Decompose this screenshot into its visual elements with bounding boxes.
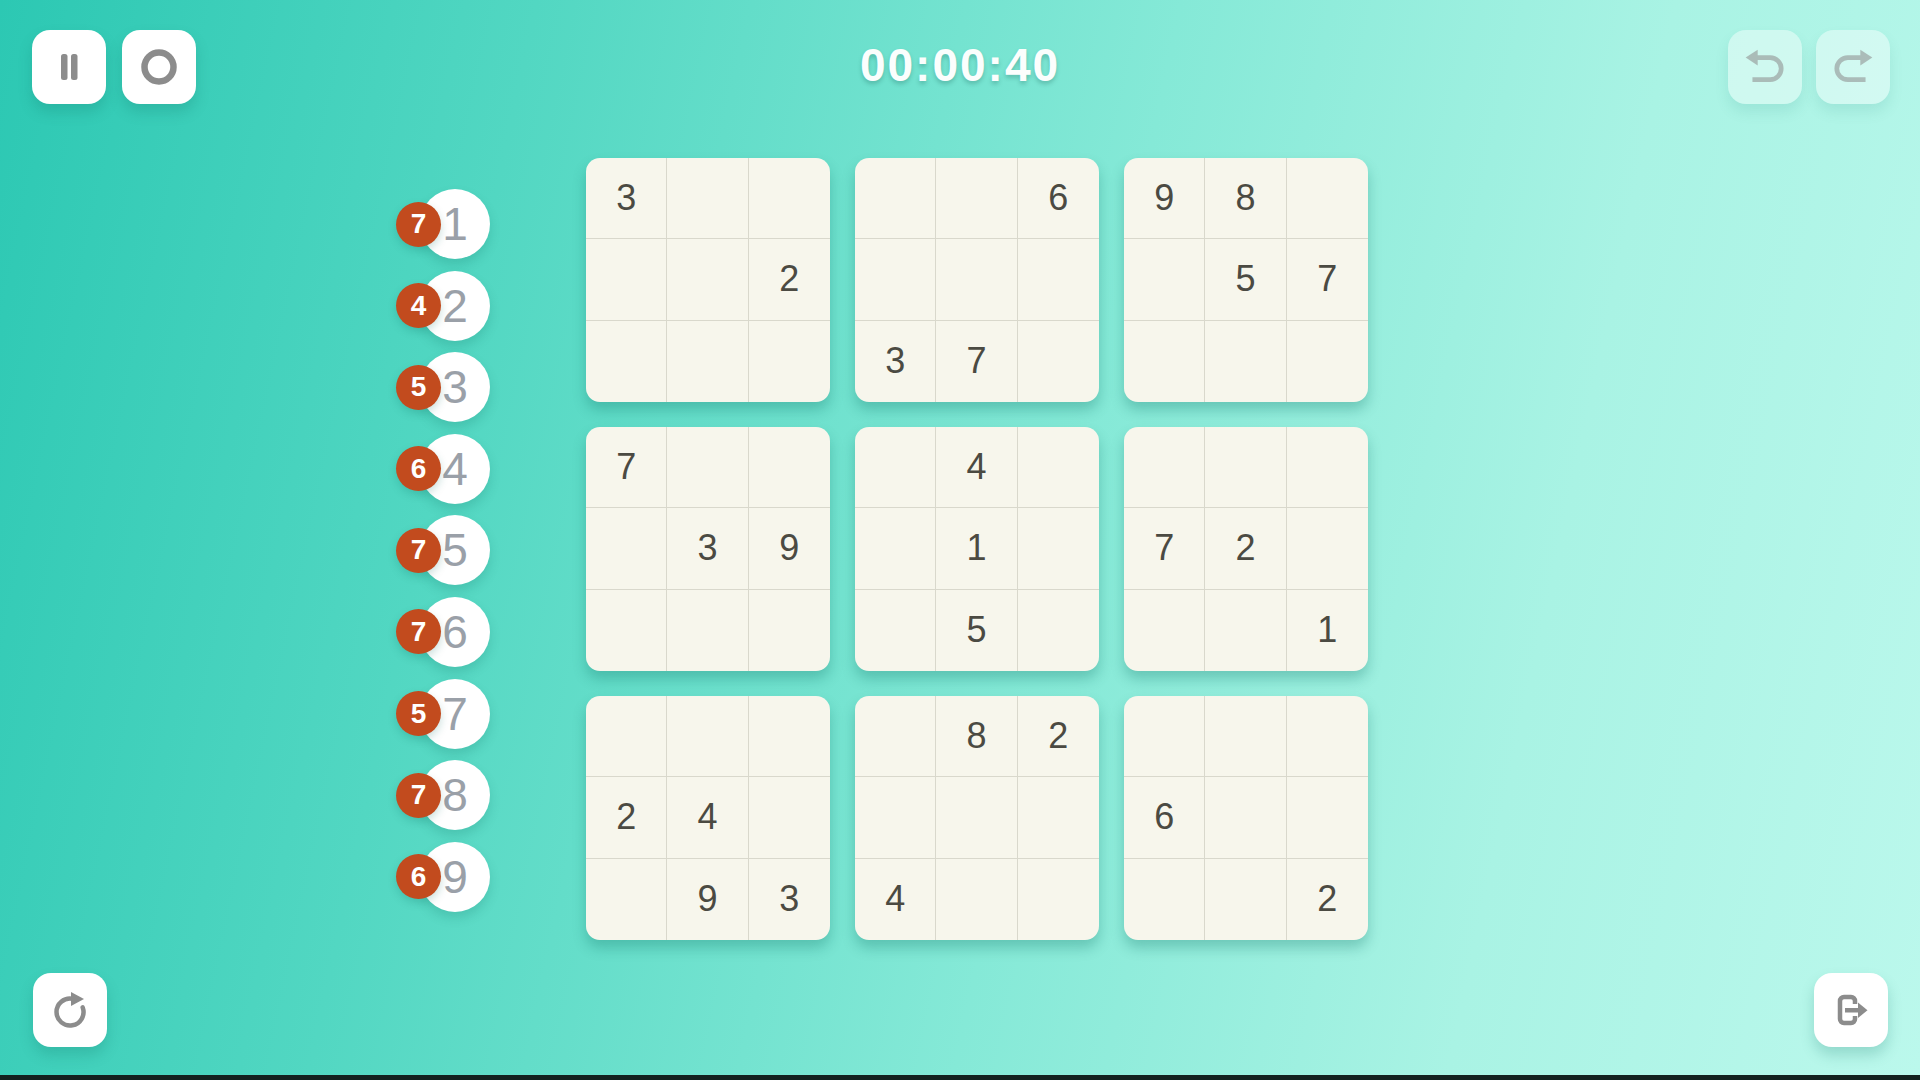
cell-r1c6[interactable]: 6: [1018, 158, 1099, 239]
cell-r5c4[interactable]: [855, 508, 936, 589]
cell-r9c7[interactable]: [1124, 859, 1205, 940]
cell-r5c3[interactable]: 9: [749, 508, 830, 589]
block-2-3: 721: [1124, 427, 1368, 671]
restart-icon: [48, 988, 92, 1032]
cell-r7c8[interactable]: [1205, 696, 1286, 777]
digit-button-9[interactable]: 69: [420, 842, 490, 912]
cell-r2c8[interactable]: 5: [1205, 239, 1286, 320]
digit-remaining-badge: 7: [396, 773, 441, 818]
cell-r9c1[interactable]: [586, 859, 667, 940]
bottom-edge-bar: [0, 1075, 1920, 1080]
cell-r9c4[interactable]: 4: [855, 859, 936, 940]
block-3-2: 824: [855, 696, 1099, 940]
redo-button[interactable]: [1816, 30, 1890, 104]
cell-r4c9[interactable]: [1287, 427, 1368, 508]
cell-r8c5[interactable]: [936, 777, 1017, 858]
cell-r7c3[interactable]: [749, 696, 830, 777]
cell-r2c2[interactable]: [667, 239, 748, 320]
digit-button-2[interactable]: 42: [420, 271, 490, 341]
cell-r4c6[interactable]: [1018, 427, 1099, 508]
cell-r4c2[interactable]: [667, 427, 748, 508]
cell-r3c8[interactable]: [1205, 321, 1286, 402]
cell-r4c7[interactable]: [1124, 427, 1205, 508]
cell-r2c7[interactable]: [1124, 239, 1205, 320]
digit-button-7[interactable]: 57: [420, 679, 490, 749]
redo-icon: [1830, 44, 1876, 90]
digit-remaining-badge: 6: [396, 854, 441, 899]
cell-r7c5[interactable]: 8: [936, 696, 1017, 777]
cell-r2c5[interactable]: [936, 239, 1017, 320]
cell-r6c3[interactable]: [749, 590, 830, 671]
cell-r4c5[interactable]: 4: [936, 427, 1017, 508]
cell-r1c7[interactable]: 9: [1124, 158, 1205, 239]
digit-label: 8: [442, 768, 468, 822]
digit-label: 3: [442, 360, 468, 414]
cell-r5c7[interactable]: 7: [1124, 508, 1205, 589]
cell-r8c9[interactable]: [1287, 777, 1368, 858]
cell-r7c1[interactable]: [586, 696, 667, 777]
digit-label: 2: [442, 279, 468, 333]
cell-r6c6[interactable]: [1018, 590, 1099, 671]
cell-r1c1[interactable]: 3: [586, 158, 667, 239]
cell-r6c7[interactable]: [1124, 590, 1205, 671]
digit-remaining-badge: 5: [396, 691, 441, 736]
cell-r9c9[interactable]: 2: [1287, 859, 1368, 940]
cell-r9c3[interactable]: 3: [749, 859, 830, 940]
cell-r8c6[interactable]: [1018, 777, 1099, 858]
block-3-3: 62: [1124, 696, 1368, 940]
cell-r7c2[interactable]: [667, 696, 748, 777]
cell-r4c1[interactable]: 7: [586, 427, 667, 508]
cell-r6c2[interactable]: [667, 590, 748, 671]
cell-r8c2[interactable]: 4: [667, 777, 748, 858]
cell-r3c2[interactable]: [667, 321, 748, 402]
block-3-1: 2493: [586, 696, 830, 940]
cell-r7c4[interactable]: [855, 696, 936, 777]
cell-r1c2[interactable]: [667, 158, 748, 239]
cell-r1c5[interactable]: [936, 158, 1017, 239]
digit-remaining-badge: 6: [396, 446, 441, 491]
cell-r7c7[interactable]: [1124, 696, 1205, 777]
cell-r7c9[interactable]: [1287, 696, 1368, 777]
block-1-3: 9857: [1124, 158, 1368, 402]
cell-r5c1[interactable]: [586, 508, 667, 589]
digit-button-1[interactable]: 71: [420, 189, 490, 259]
cell-r9c5[interactable]: [936, 859, 1017, 940]
cell-r2c6[interactable]: [1018, 239, 1099, 320]
undo-button[interactable]: [1728, 30, 1802, 104]
cell-r3c4[interactable]: 3: [855, 321, 936, 402]
cell-r1c3[interactable]: [749, 158, 830, 239]
sudoku-app: { "game": "sudoku", "position": "3000069…: [0, 0, 1920, 1080]
cell-r9c6[interactable]: [1018, 859, 1099, 940]
restart-button[interactable]: [33, 973, 107, 1047]
exit-button[interactable]: [1814, 973, 1888, 1047]
block-2-1: 739: [586, 427, 830, 671]
cell-r6c8[interactable]: [1205, 590, 1286, 671]
digit-button-5[interactable]: 75: [420, 515, 490, 585]
digit-palette: 714253647576577869: [420, 189, 490, 912]
digit-button-8[interactable]: 78: [420, 760, 490, 830]
digit-button-4[interactable]: 64: [420, 434, 490, 504]
digit-label: 4: [442, 442, 468, 496]
cell-r2c3[interactable]: 2: [749, 239, 830, 320]
exit-icon: [1829, 988, 1873, 1032]
cell-r3c3[interactable]: [749, 321, 830, 402]
cell-r8c8[interactable]: [1205, 777, 1286, 858]
cell-r4c4[interactable]: [855, 427, 936, 508]
block-1-1: 32: [586, 158, 830, 402]
cell-r8c4[interactable]: [855, 777, 936, 858]
cell-r2c1[interactable]: [586, 239, 667, 320]
cell-r3c7[interactable]: [1124, 321, 1205, 402]
digit-remaining-badge: 7: [396, 609, 441, 654]
cell-r5c9[interactable]: [1287, 508, 1368, 589]
block-1-2: 637: [855, 158, 1099, 402]
cell-r5c8[interactable]: 2: [1205, 508, 1286, 589]
sudoku-board: 326379857739415721249382462: [586, 158, 1368, 940]
cell-r7c6[interactable]: 2: [1018, 696, 1099, 777]
digit-button-3[interactable]: 53: [420, 352, 490, 422]
cell-r3c9[interactable]: [1287, 321, 1368, 402]
cell-r2c4[interactable]: [855, 239, 936, 320]
digit-label: 9: [442, 850, 468, 904]
cell-r1c4[interactable]: [855, 158, 936, 239]
block-2-2: 415: [855, 427, 1099, 671]
cell-r6c5[interactable]: 5: [936, 590, 1017, 671]
digit-remaining-badge: 4: [396, 283, 441, 328]
cell-r5c2[interactable]: 3: [667, 508, 748, 589]
cell-r3c1[interactable]: [586, 321, 667, 402]
cell-r3c5[interactable]: 7: [936, 321, 1017, 402]
cell-r4c3[interactable]: [749, 427, 830, 508]
cell-r9c8[interactable]: [1205, 859, 1286, 940]
cell-r8c7[interactable]: 6: [1124, 777, 1205, 858]
cell-r1c9[interactable]: [1287, 158, 1368, 239]
cell-r5c6[interactable]: [1018, 508, 1099, 589]
cell-r5c5[interactable]: 1: [936, 508, 1017, 589]
undo-icon: [1742, 44, 1788, 90]
digit-label: 1: [442, 197, 468, 251]
cell-r4c8[interactable]: [1205, 427, 1286, 508]
cell-r8c1[interactable]: 2: [586, 777, 667, 858]
digit-remaining-badge: 5: [396, 365, 441, 410]
cell-r9c2[interactable]: 9: [667, 859, 748, 940]
digit-remaining-badge: 7: [396, 202, 441, 247]
cell-r6c1[interactable]: [586, 590, 667, 671]
timer: 00:00:40: [0, 38, 1920, 92]
cell-r6c4[interactable]: [855, 590, 936, 671]
cell-r6c9[interactable]: 1: [1287, 590, 1368, 671]
cell-r8c3[interactable]: [749, 777, 830, 858]
cell-r3c6[interactable]: [1018, 321, 1099, 402]
cell-r1c8[interactable]: 8: [1205, 158, 1286, 239]
cell-r2c9[interactable]: 7: [1287, 239, 1368, 320]
digit-button-6[interactable]: 76: [420, 597, 490, 667]
digit-label: 5: [442, 523, 468, 577]
digit-label: 7: [442, 687, 468, 741]
digit-label: 6: [442, 605, 468, 659]
digit-remaining-badge: 7: [396, 528, 441, 573]
